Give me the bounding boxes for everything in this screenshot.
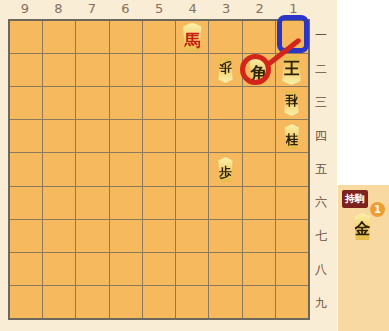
board-cell-4-2[interactable]: [176, 54, 208, 86]
board-cell-3-7[interactable]: [209, 220, 241, 252]
board-cell-6-8[interactable]: [110, 253, 142, 285]
board-cell-8-4[interactable]: [43, 120, 75, 152]
board-cell-9-3[interactable]: [10, 87, 42, 119]
board-cell-4-3[interactable]: [176, 87, 208, 119]
hand-label: 持駒: [342, 190, 368, 208]
rank-labels: 一二三四五六七八九: [313, 19, 337, 320]
board-cell-4-4[interactable]: [176, 120, 208, 152]
board-cell-2-5[interactable]: [243, 153, 275, 185]
rank-label: 五: [313, 153, 337, 186]
hand-piece-count-badge: 1: [370, 202, 385, 217]
board-cell-8-7[interactable]: [43, 220, 75, 252]
hand-piece-glyph: 金: [355, 221, 371, 240]
board-cell-8-9[interactable]: [43, 286, 75, 318]
board-cell-5-8[interactable]: [143, 253, 175, 285]
rank-label: 七: [313, 220, 337, 253]
file-label: 3: [209, 0, 243, 18]
board-cell-2-3[interactable]: [243, 87, 275, 119]
board-cell-8-1[interactable]: [43, 21, 75, 53]
board-cell-2-9[interactable]: [243, 286, 275, 318]
board-cell-1-9[interactable]: [276, 286, 308, 318]
piece-glyph: 桂: [285, 133, 298, 149]
piece-glyph: 王: [283, 56, 300, 76]
board-cell-3-8[interactable]: [209, 253, 241, 285]
board-cell-6-3[interactable]: [110, 87, 142, 119]
board-cell-2-6[interactable]: [243, 187, 275, 219]
board-cell-7-8[interactable]: [76, 253, 108, 285]
piece-glyph: 歩: [219, 166, 232, 182]
piece-桂-1三[interactable]: 桂: [281, 91, 302, 116]
rank-label: 一: [313, 19, 337, 52]
board-cell-9-8[interactable]: [10, 253, 42, 285]
board-cell-1-4[interactable]: 桂: [276, 120, 308, 152]
board-cell-9-6[interactable]: [10, 187, 42, 219]
board-cell-1-5[interactable]: [276, 153, 308, 185]
board-cell-8-2[interactable]: [43, 54, 75, 86]
piece-glyph: 馬: [184, 32, 201, 52]
board-cell-2-7[interactable]: [243, 220, 275, 252]
board-cell-5-3[interactable]: [143, 87, 175, 119]
board-cell-9-4[interactable]: [10, 120, 42, 152]
rank-label: 八: [313, 253, 337, 286]
board-cell-7-6[interactable]: [76, 187, 108, 219]
board-cell-5-9[interactable]: [143, 286, 175, 318]
piece-馬-4一[interactable]: 馬: [179, 23, 206, 52]
shogi-app: 987654321 馬歩角王桂桂歩 一二三四五六七八九 持駒 金 1: [0, 0, 389, 331]
board-cell-5-2[interactable]: [143, 54, 175, 86]
board-cell-9-9[interactable]: [10, 286, 42, 318]
board-cell-1-3[interactable]: 桂: [276, 87, 308, 119]
board-cell-1-8[interactable]: [276, 253, 308, 285]
board-cell-2-4[interactable]: [243, 120, 275, 152]
hand-piece-gold[interactable]: 金: [350, 213, 375, 240]
rank-label: 九: [313, 287, 337, 320]
board-cell-7-4[interactable]: [76, 120, 108, 152]
rank-label: 三: [313, 86, 337, 119]
board-cell-4-1[interactable]: 馬: [176, 21, 208, 53]
board-cell-5-7[interactable]: [143, 220, 175, 252]
board-cell-4-8[interactable]: [176, 253, 208, 285]
board-cell-9-5[interactable]: [10, 153, 42, 185]
board-cell-4-6[interactable]: [176, 187, 208, 219]
board-cell-5-6[interactable]: [143, 187, 175, 219]
board-cell-9-2[interactable]: [10, 54, 42, 86]
board-cell-6-1[interactable]: [110, 21, 142, 53]
board-cell-6-9[interactable]: [110, 286, 142, 318]
board-cell-2-1[interactable]: [243, 21, 275, 53]
board-cell-3-1[interactable]: [209, 21, 241, 53]
board-cell-1-6[interactable]: [276, 187, 308, 219]
file-label: 4: [176, 0, 210, 18]
rank-label: 四: [313, 119, 337, 152]
captured-pieces-panel: 持駒 金 1: [338, 185, 389, 331]
board-cell-3-6[interactable]: [209, 187, 241, 219]
file-label: 8: [42, 0, 76, 18]
board-cell-3-3[interactable]: [209, 87, 241, 119]
selected-piece-circle: [240, 54, 271, 85]
board-cell-3-2[interactable]: 歩: [209, 54, 241, 86]
board-cell-7-9[interactable]: [76, 286, 108, 318]
piece-glyph: 桂: [285, 91, 298, 107]
file-label: 9: [8, 0, 42, 18]
board-cell-5-4[interactable]: [143, 120, 175, 152]
board-cell-1-7[interactable]: [276, 220, 308, 252]
board-cell-9-7[interactable]: [10, 220, 42, 252]
board-cell-8-6[interactable]: [43, 187, 75, 219]
board-cell-5-5[interactable]: [143, 153, 175, 185]
file-label: 7: [75, 0, 109, 18]
piece-歩-3五[interactable]: 歩: [215, 157, 236, 182]
board-cell-8-5[interactable]: [43, 153, 75, 185]
piece-桂-1四[interactable]: 桂: [281, 124, 302, 149]
board-cell-6-2[interactable]: [110, 54, 142, 86]
board-cell-1-2[interactable]: 王: [276, 54, 308, 86]
file-label: 5: [142, 0, 176, 18]
board-cell-4-7[interactable]: [176, 220, 208, 252]
board-cell-5-1[interactable]: [143, 21, 175, 53]
board-cell-6-6[interactable]: [110, 187, 142, 219]
rank-label: 六: [313, 186, 337, 219]
rank-label: 二: [313, 52, 337, 85]
board-cell-3-4[interactable]: [209, 120, 241, 152]
board-cell-7-3[interactable]: [76, 87, 108, 119]
file-label: 6: [109, 0, 143, 18]
board-cell-7-7[interactable]: [76, 220, 108, 252]
board-cell-3-5[interactable]: 歩: [209, 153, 241, 185]
piece-歩-3二[interactable]: 歩: [215, 58, 236, 83]
board-cell-6-7[interactable]: [110, 220, 142, 252]
board-cell-7-5[interactable]: [76, 153, 108, 185]
board-cell-7-2[interactable]: [76, 54, 108, 86]
board-cell-8-8[interactable]: [43, 253, 75, 285]
board-cell-4-5[interactable]: [176, 153, 208, 185]
file-labels: 987654321: [8, 0, 310, 18]
file-label: 2: [243, 0, 277, 18]
board-cell-2-8[interactable]: [243, 253, 275, 285]
board-cell-9-1[interactable]: [10, 21, 42, 53]
board-cell-6-4[interactable]: [110, 120, 142, 152]
piece-王-1二[interactable]: 王: [278, 56, 305, 85]
board-cell-6-5[interactable]: [110, 153, 142, 185]
board-cell-8-3[interactable]: [43, 87, 75, 119]
board-cell-7-1[interactable]: [76, 21, 108, 53]
board-cell-3-9[interactable]: [209, 286, 241, 318]
board-cell-4-9[interactable]: [176, 286, 208, 318]
piece-glyph: 歩: [219, 58, 232, 74]
